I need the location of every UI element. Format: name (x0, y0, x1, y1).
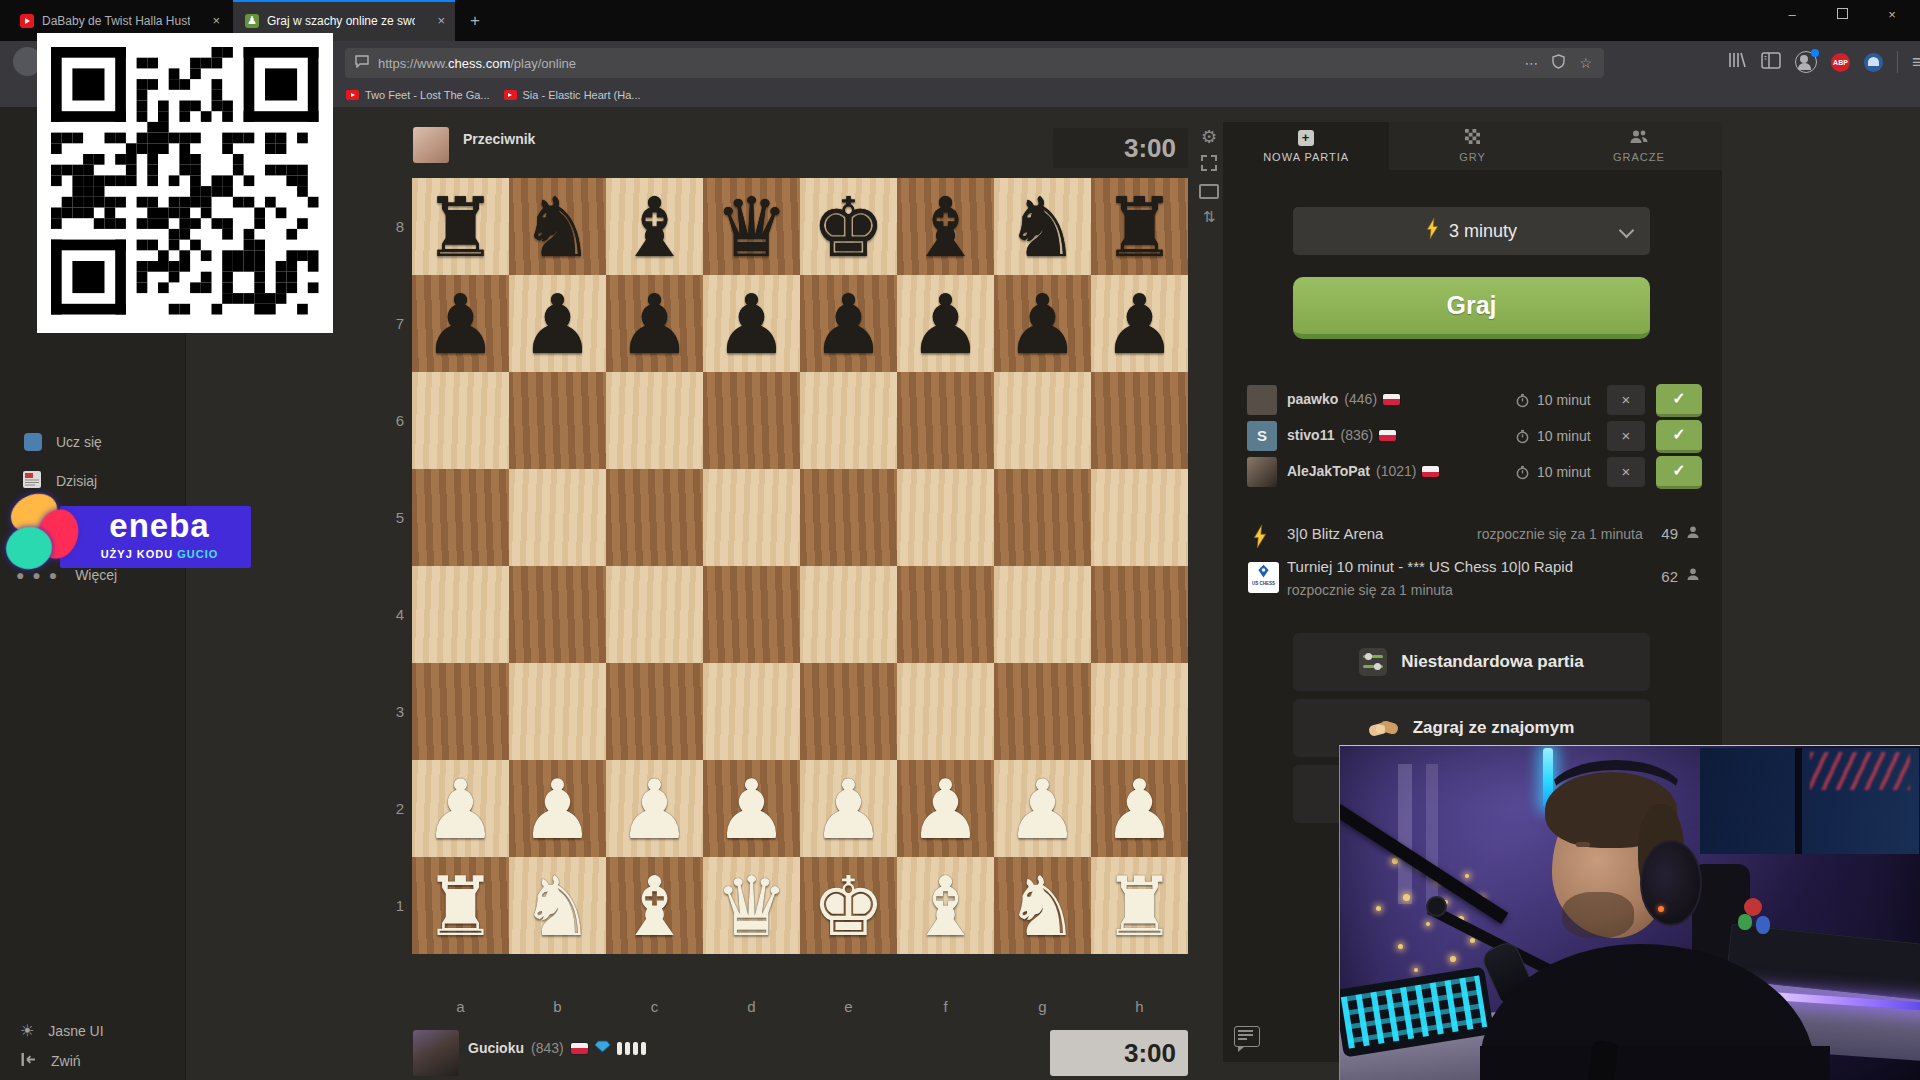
decline-button[interactable]: × (1607, 421, 1645, 451)
person-icon (1686, 525, 1700, 542)
chat-keyboard-icon[interactable] (1234, 1026, 1260, 1047)
square-e7[interactable]: ♟ (800, 275, 897, 372)
fairy-light-dot (1470, 938, 1475, 943)
square-b4[interactable] (509, 566, 606, 663)
black-piece-k-e8[interactable]: ♚ (800, 178, 897, 275)
rank-labels: 87654321 (384, 178, 404, 954)
square-e6[interactable] (800, 372, 897, 469)
sidebar-item-today[interactable]: Dzisiaj (22, 470, 97, 492)
white-piece-r-a1[interactable]: ♜ (412, 857, 509, 954)
square-g5[interactable] (994, 469, 1091, 566)
square-g3[interactable] (994, 663, 1091, 760)
opponent-avatar[interactable] (413, 127, 449, 163)
stopwatch-icon (1515, 429, 1530, 444)
lightning-icon (1253, 525, 1267, 551)
challenge-time: 10 minut (1537, 392, 1591, 408)
black-piece-r-h8[interactable]: ♜ (1091, 178, 1188, 275)
lightning-icon (1426, 218, 1439, 244)
player-name: Gucioku (468, 1040, 524, 1056)
ad-brand: eneba (72, 507, 247, 545)
black-piece-r-a8[interactable]: ♜ (412, 178, 509, 275)
square-e2[interactable]: ♟ (800, 760, 897, 857)
poland-flag-icon (1379, 430, 1396, 441)
pawn-count-icons (617, 1042, 646, 1055)
fairy-light-dot (1426, 922, 1430, 926)
square-a7[interactable]: ♟ (412, 275, 509, 372)
url-prefix: https://www. (378, 56, 448, 71)
square-e1[interactable]: ♚ (800, 857, 897, 954)
rank-label: 1 (384, 857, 404, 954)
screen: DaBaby de Twist Halla Hustt × ♟ Graj w s… (0, 0, 1920, 1080)
black-piece-n-b8[interactable]: ♞ (509, 178, 606, 275)
opponent-clock: 3:00 (1053, 128, 1188, 168)
file-label: d (703, 998, 800, 1018)
flip-board-icon[interactable]: ⇅ (1203, 208, 1216, 226)
square-a3[interactable] (412, 663, 509, 760)
black-piece-p-g7[interactable]: ♟ (994, 275, 1091, 372)
challenger-name: AleJakToPat (1287, 463, 1370, 479)
accept-button[interactable]: ✓ (1656, 384, 1702, 417)
rank-label: 4 (384, 566, 404, 663)
square-h1[interactable]: ♜ (1091, 857, 1188, 954)
rank-label: 7 (384, 275, 404, 372)
black-piece-p-e7[interactable]: ♟ (800, 275, 897, 372)
toolbar-separator (1897, 51, 1898, 73)
black-piece-p-c7[interactable]: ♟ (606, 275, 703, 372)
tournament-player-count: 62 (1646, 568, 1678, 585)
headphone-earcup (1640, 840, 1702, 926)
square-b6[interactable] (509, 372, 606, 469)
square-h5[interactable] (1091, 469, 1188, 566)
square-e5[interactable] (800, 469, 897, 566)
black-piece-n-g8[interactable]: ♞ (994, 178, 1091, 275)
file-label: g (994, 998, 1091, 1018)
white-piece-b-c1[interactable]: ♝ (606, 857, 703, 954)
black-piece-p-d7[interactable]: ♟ (703, 275, 800, 372)
fairy-light-dot (1465, 874, 1469, 878)
ad-code-line: UŻYJ KODU GUCIO (72, 548, 247, 560)
black-piece-p-a7[interactable]: ♟ (412, 275, 509, 372)
account-icon[interactable] (1795, 51, 1817, 73)
tab-title: DaBaby de Twist Halla Hustt (42, 14, 190, 28)
learn-icon (24, 433, 42, 451)
square-f3[interactable] (897, 663, 994, 760)
window-maximize-button[interactable] (1822, 2, 1862, 28)
sidebar-item-collapse[interactable]: Zwiń (20, 1052, 81, 1070)
avatar (1247, 457, 1277, 487)
hamburger-menu-icon[interactable]: ≡ (1912, 52, 1920, 73)
square-g4[interactable] (994, 566, 1091, 663)
library-icon[interactable] (1727, 51, 1747, 73)
news-icon (22, 470, 42, 492)
square-a1[interactable]: ♜ (412, 857, 509, 954)
square-f6[interactable] (897, 372, 994, 469)
square-a4[interactable] (412, 566, 509, 663)
page-info-icon[interactable] (355, 55, 369, 71)
square-d8[interactable]: ♛ (703, 178, 800, 275)
square-f8[interactable]: ♝ (897, 178, 994, 275)
tab-games[interactable]: GRY (1389, 122, 1555, 170)
collapse-icon (20, 1052, 37, 1070)
challenger-name: stivo11 (1287, 427, 1334, 443)
square-g8[interactable]: ♞ (994, 178, 1091, 275)
new-tab-button[interactable]: + (462, 8, 488, 34)
toolbar-icons: ABP ≡ (1727, 48, 1920, 76)
white-piece-p-d2[interactable]: ♟ (703, 760, 800, 857)
fairy-light-dot (1398, 944, 1403, 949)
players-icon (1630, 129, 1648, 146)
square-f7[interactable]: ♟ (897, 275, 994, 372)
white-piece-p-c2[interactable]: ♟ (606, 760, 703, 857)
white-piece-r-h1[interactable]: ♜ (1091, 857, 1188, 954)
poland-flag-icon (1383, 394, 1400, 405)
white-piece-p-f2[interactable]: ♟ (897, 760, 994, 857)
checkerboard-icon (1465, 129, 1480, 146)
challenge-time: 10 minut (1537, 428, 1591, 444)
avatar: S (1247, 421, 1277, 451)
tab-close-icon[interactable]: × (212, 13, 220, 28)
bookmark-label: Two Feet - Lost The Ga... (365, 89, 490, 101)
square-h4[interactable] (1091, 566, 1188, 663)
square-a8[interactable]: ♜ (412, 178, 509, 275)
youtube-favicon (504, 90, 517, 100)
notification-dot (1811, 49, 1819, 57)
file-label: c (606, 998, 703, 1018)
player-info: Gucioku (843) (468, 1040, 646, 1056)
plus-icon: + (1298, 130, 1314, 146)
white-piece-p-b2[interactable]: ♟ (509, 760, 606, 857)
eye (1576, 842, 1590, 847)
black-piece-p-f7[interactable]: ♟ (897, 275, 994, 372)
black-piece-q-d8[interactable]: ♛ (703, 178, 800, 275)
white-piece-k-e1[interactable]: ♚ (800, 857, 897, 954)
play-button[interactable]: Graj (1293, 277, 1650, 339)
stopwatch-icon (1515, 465, 1530, 480)
mic-shadow (1587, 1039, 1619, 1080)
white-piece-n-b1[interactable]: ♞ (509, 857, 606, 954)
theatre-mode-icon[interactable] (1199, 184, 1219, 199)
player-clock: 3:00 (1050, 1030, 1188, 1076)
white-piece-p-e2[interactable]: ♟ (800, 760, 897, 857)
ghostery-icon[interactable] (1864, 53, 1883, 72)
square-c3[interactable] (606, 663, 703, 760)
fairy-light-dot (1403, 894, 1410, 901)
white-piece-p-h2[interactable]: ♟ (1091, 760, 1188, 857)
youtube-favicon (20, 14, 34, 28)
square-e3[interactable] (800, 663, 897, 760)
file-label: f (897, 998, 994, 1018)
square-g1[interactable]: ♞ (994, 857, 1091, 954)
tournament-row[interactable]: 3|0 Blitz Arena rozpocznie się za 1 minu… (1240, 525, 1710, 551)
us-chess-logo: US CHESS (1248, 562, 1279, 593)
tournament-title: 3|0 Blitz Arena (1287, 525, 1383, 542)
square-g6[interactable] (994, 372, 1091, 469)
square-h8[interactable]: ♜ (1091, 178, 1188, 275)
tournament-title: Turniej 10 minut - *** US Chess 10|0 Rap… (1287, 558, 1573, 575)
tournament-starts: rozpocznie się za 1 minuta (1477, 526, 1643, 542)
square-e4[interactable] (800, 566, 897, 663)
tab-players[interactable]: GRACZE (1556, 122, 1722, 170)
fullscreen-icon[interactable] (1201, 155, 1217, 175)
white-piece-p-a2[interactable]: ♟ (412, 760, 509, 857)
player-rating: (843) (531, 1040, 564, 1056)
tournament-starts: rozpocznie się za 1 minuta (1287, 582, 1453, 598)
white-piece-n-g1[interactable]: ♞ (994, 857, 1091, 954)
file-label: b (509, 998, 606, 1018)
tab-close-icon[interactable]: × (437, 13, 445, 28)
square-h6[interactable] (1091, 372, 1188, 469)
square-d3[interactable] (703, 663, 800, 760)
white-piece-b-f1[interactable]: ♝ (897, 857, 994, 954)
avatar (1247, 385, 1277, 415)
tournament-player-count: 49 (1646, 525, 1678, 542)
opponent-name: Przeciwnik (463, 131, 535, 147)
sliders-icon (1359, 648, 1387, 676)
fairy-light-dot (1450, 956, 1456, 962)
accept-button[interactable]: ✓ (1656, 420, 1702, 453)
square-a6[interactable] (412, 372, 509, 469)
panel-tabs: + NOWA PARTIA GRY GRACZE (1223, 122, 1722, 170)
challenger-rating: (446) (1344, 391, 1377, 407)
chevron-down-icon (1619, 223, 1635, 239)
square-f4[interactable] (897, 566, 994, 663)
square-a2[interactable]: ♟ (412, 760, 509, 857)
rank-label: 6 (384, 372, 404, 469)
square-c6[interactable] (606, 372, 703, 469)
square-h2[interactable]: ♟ (1091, 760, 1188, 857)
poland-flag-icon (571, 1043, 588, 1054)
white-piece-p-g2[interactable]: ♟ (994, 760, 1091, 857)
file-label: h (1091, 998, 1188, 1018)
fairy-light-dot (1414, 968, 1418, 972)
tournament-row[interactable]: US CHESS Turniej 10 minut - *** US Chess… (1240, 558, 1710, 606)
beard (1562, 892, 1634, 938)
file-labels: abcdefgh (412, 998, 1188, 1018)
player-avatar[interactable] (413, 1030, 459, 1076)
webcam-overlay (1339, 745, 1920, 1080)
white-piece-q-d1[interactable]: ♛ (703, 857, 800, 954)
square-h3[interactable] (1091, 663, 1188, 760)
bookmark-item[interactable]: Two Feet - Lost The Ga... (346, 89, 490, 101)
square-b5[interactable] (509, 469, 606, 566)
square-f1[interactable]: ♝ (897, 857, 994, 954)
stopwatch-icon (1515, 393, 1530, 408)
qr-code-overlay (37, 33, 333, 333)
challenger-name: paawko (1287, 391, 1338, 407)
board-controls: ⚙ ⇅ (1197, 128, 1221, 226)
sidebar-item-light-ui[interactable]: ☀ Jasne UI (20, 1021, 104, 1040)
page-actions-icon[interactable]: ⋯ (1524, 55, 1538, 71)
bookmark-item[interactable]: Sia - Elastic Heart (Ha... (504, 89, 641, 101)
decline-button[interactable]: × (1607, 457, 1645, 487)
poland-flag-icon (1422, 466, 1439, 477)
square-c2[interactable]: ♟ (606, 760, 703, 857)
square-a5[interactable] (412, 469, 509, 566)
black-piece-b-c8[interactable]: ♝ (606, 178, 703, 275)
challenge-row[interactable]: paawko(446) 10 minut × ✓ (1240, 382, 1710, 418)
black-piece-b-f8[interactable]: ♝ (897, 178, 994, 275)
eneba-ad-banner[interactable]: eneba UŻYJ KODU GUCIO (2, 495, 252, 579)
square-d7[interactable]: ♟ (703, 275, 800, 372)
square-d5[interactable] (703, 469, 800, 566)
file-label: e (800, 998, 897, 1018)
challenge-row[interactable]: S stivo11(836) 10 minut × ✓ (1240, 418, 1710, 454)
black-piece-p-h7[interactable]: ♟ (1091, 275, 1188, 372)
url-domain: chess.com (448, 56, 510, 71)
time-control-value: 3 minuty (1449, 221, 1517, 242)
sidebar-toggle-icon[interactable] (1761, 52, 1781, 73)
window-minimize-button[interactable]: – (1772, 2, 1812, 28)
square-d1[interactable]: ♛ (703, 857, 800, 954)
tab-title: Graj w szachy online ze swoimi (267, 14, 415, 28)
square-b8[interactable]: ♞ (509, 178, 606, 275)
square-c7[interactable]: ♟ (606, 275, 703, 372)
youtube-favicon (346, 90, 359, 100)
square-d2[interactable]: ♟ (703, 760, 800, 857)
black-piece-p-b7[interactable]: ♟ (509, 275, 606, 372)
square-e8[interactable]: ♚ (800, 178, 897, 275)
chesscom-favicon: ♟ (245, 14, 259, 28)
challenge-row[interactable]: AleJakToPat(1021) 10 minut × ✓ (1240, 454, 1710, 490)
square-f2[interactable]: ♟ (897, 760, 994, 857)
window-close-button[interactable]: × (1872, 2, 1912, 28)
board-settings-gear-icon[interactable]: ⚙ (1201, 128, 1217, 146)
square-c1[interactable]: ♝ (606, 857, 703, 954)
adblock-plus-icon[interactable]: ABP (1831, 53, 1850, 72)
square-h7[interactable]: ♟ (1091, 275, 1188, 372)
light-mode-icon: ☀ (20, 1021, 34, 1040)
rank-label: 5 (384, 469, 404, 566)
bookmark-star-icon[interactable]: ☆ (1579, 55, 1592, 71)
accept-button[interactable]: ✓ (1656, 456, 1702, 489)
headphone-band (1546, 760, 1686, 834)
square-d4[interactable] (703, 566, 800, 663)
fairy-light-dot (1376, 906, 1381, 911)
custom-game-button[interactable]: Niestandardowa partia (1293, 633, 1650, 691)
rank-label: 3 (384, 663, 404, 760)
time-control-dropdown[interactable]: 3 minuty (1293, 207, 1650, 255)
file-label: a (412, 998, 509, 1018)
bookmark-label: Sia - Elastic Heart (Ha... (523, 89, 641, 101)
square-b1[interactable]: ♞ (509, 857, 606, 954)
sidebar-item-learn[interactable]: Ucz się (24, 433, 102, 451)
url-path: /play/online (510, 56, 576, 71)
rank-label: 8 (384, 178, 404, 275)
square-b7[interactable]: ♟ (509, 275, 606, 372)
square-b2[interactable]: ♟ (509, 760, 606, 857)
square-d6[interactable] (703, 372, 800, 469)
challenger-rating: (1021) (1376, 463, 1416, 479)
square-g7[interactable]: ♟ (994, 275, 1091, 372)
chess-board: ♜♞♝♛♚♝♞♜♟♟♟♟♟♟♟♟♟♟♟♟♟♟♟♟♜♞♝♛♚♝♞♜ (412, 178, 1188, 954)
url-bar[interactable]: https://www.chess.com/play/online ⋯ ☆ (345, 48, 1604, 78)
challenge-time: 10 minut (1537, 464, 1591, 480)
rank-label: 2 (384, 760, 404, 857)
fairy-light-dot (1392, 858, 1398, 864)
square-c5[interactable] (606, 469, 703, 566)
square-g2[interactable]: ♟ (994, 760, 1091, 857)
square-b3[interactable] (509, 663, 606, 760)
square-c4[interactable] (606, 566, 703, 663)
decline-button[interactable]: × (1607, 385, 1645, 415)
shield-icon[interactable] (1552, 54, 1565, 72)
challenger-rating: (836) (1340, 427, 1373, 443)
tab-new-game[interactable]: + NOWA PARTIA (1223, 122, 1389, 170)
diamond-membership-icon (595, 1040, 610, 1056)
person-icon (1686, 567, 1700, 584)
handshake-icon (1369, 716, 1399, 740)
square-c8[interactable]: ♝ (606, 178, 703, 275)
square-f5[interactable] (897, 469, 994, 566)
